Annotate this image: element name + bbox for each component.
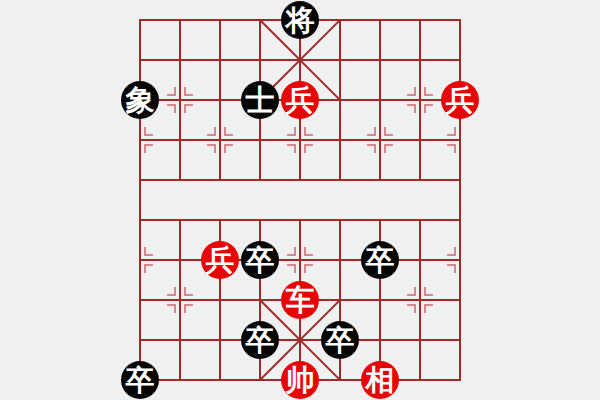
point-marker — [184, 104, 193, 113]
point-marker — [407, 87, 416, 96]
piece-black-soldier[interactable]: 卒 — [241, 241, 279, 279]
grid-line — [139, 19, 141, 381]
xiangqi-diagram: 将象士兵兵兵卒卒车卒卒卒帅相 — [0, 0, 600, 400]
piece-black-advisor[interactable]: 士 — [241, 81, 279, 119]
piece-black-general[interactable]: 将 — [281, 1, 319, 39]
piece-black-soldier[interactable]: 卒 — [321, 321, 359, 359]
point-marker — [447, 247, 456, 256]
grid-line — [379, 19, 381, 181]
point-marker — [287, 144, 296, 153]
piece-red-elephant[interactable]: 相 — [361, 361, 399, 399]
point-marker — [144, 264, 153, 273]
point-marker — [447, 144, 456, 153]
point-marker — [287, 247, 296, 256]
point-marker — [424, 87, 433, 96]
piece-black-elephant[interactable]: 象 — [121, 81, 159, 119]
point-marker — [384, 127, 393, 136]
grid-line — [179, 219, 181, 381]
point-marker — [224, 127, 233, 136]
point-marker — [224, 144, 233, 153]
piece-black-soldier[interactable]: 卒 — [361, 241, 399, 279]
point-marker — [184, 287, 193, 296]
grid-line — [419, 19, 421, 181]
point-marker — [207, 144, 216, 153]
piece-red-soldier[interactable]: 兵 — [441, 81, 479, 119]
point-marker — [367, 127, 376, 136]
point-marker — [367, 144, 376, 153]
point-marker — [424, 104, 433, 113]
point-marker — [407, 287, 416, 296]
piece-red-chariot[interactable]: 车 — [281, 281, 319, 319]
piece-black-soldier[interactable]: 卒 — [241, 321, 279, 359]
point-marker — [447, 127, 456, 136]
point-marker — [304, 127, 313, 136]
point-marker — [424, 304, 433, 313]
point-marker — [184, 304, 193, 313]
point-marker — [144, 144, 153, 153]
point-marker — [167, 287, 176, 296]
point-marker — [304, 247, 313, 256]
point-marker — [207, 127, 216, 136]
point-marker — [304, 144, 313, 153]
point-marker — [304, 264, 313, 273]
point-marker — [144, 127, 153, 136]
piece-red-soldier[interactable]: 兵 — [281, 81, 319, 119]
grid-line — [179, 19, 181, 181]
grid-line — [459, 19, 461, 381]
xiangqi-board: 将象士兵兵兵卒卒车卒卒卒帅相 — [0, 0, 600, 400]
point-marker — [167, 304, 176, 313]
point-marker — [287, 127, 296, 136]
piece-black-soldier[interactable]: 卒 — [121, 361, 159, 399]
grid-line — [419, 219, 421, 381]
point-marker — [384, 144, 393, 153]
point-marker — [407, 304, 416, 313]
point-marker — [424, 287, 433, 296]
point-marker — [287, 264, 296, 273]
grid-line — [219, 19, 221, 181]
piece-red-soldier[interactable]: 兵 — [201, 241, 239, 279]
point-marker — [167, 104, 176, 113]
piece-red-general[interactable]: 帅 — [281, 361, 319, 399]
point-marker — [184, 87, 193, 96]
point-marker — [447, 264, 456, 273]
point-marker — [144, 247, 153, 256]
point-marker — [407, 104, 416, 113]
point-marker — [167, 87, 176, 96]
